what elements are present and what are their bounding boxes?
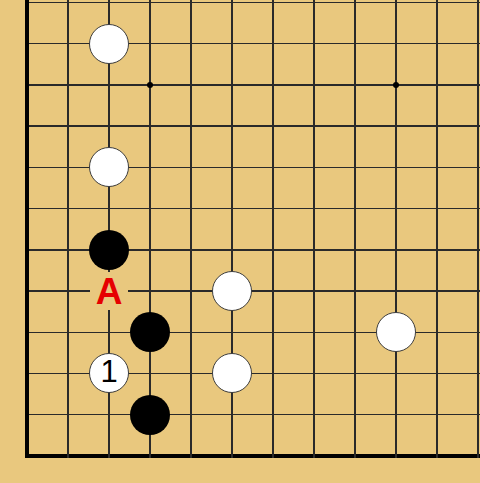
intersection-g2[interactable]	[253, 394, 294, 435]
grid-line-v	[108, 394, 109, 436]
intersection-a6[interactable]	[7, 229, 48, 270]
intersection-j6[interactable]	[335, 229, 376, 270]
intersection-k5[interactable]	[376, 270, 417, 311]
intersection-d8[interactable]	[130, 147, 171, 188]
intersection-a11[interactable]	[7, 23, 48, 64]
grid-line-v	[436, 105, 437, 147]
grid-line-v	[190, 147, 191, 189]
intersection-e12[interactable]	[171, 0, 212, 23]
intersection-h1[interactable]	[294, 435, 335, 476]
grid-line-v	[313, 23, 314, 65]
grid-line-v	[190, 188, 191, 230]
intersection-a10[interactable]	[7, 64, 48, 105]
grid-line-v	[25, 105, 29, 147]
star-point	[393, 82, 399, 88]
intersection-k12[interactable]	[376, 0, 417, 23]
grid-line-v	[436, 435, 437, 458]
intersection-b10[interactable]	[48, 64, 89, 105]
intersection-f5[interactable]	[212, 270, 253, 311]
grid-line-v	[477, 23, 478, 65]
intersection-m4[interactable]	[458, 312, 480, 353]
intersection-b3[interactable]	[48, 353, 89, 394]
grid-line-v	[395, 270, 396, 312]
grid-line-v	[313, 229, 314, 271]
grid-line-v	[67, 188, 68, 230]
intersection-k10[interactable]	[376, 64, 417, 105]
grid-line-v	[190, 270, 191, 312]
intersection-m9[interactable]	[458, 106, 480, 147]
intersection-g3[interactable]	[253, 353, 294, 394]
intersection-h5[interactable]	[294, 270, 335, 311]
intersection-l8[interactable]	[417, 147, 458, 188]
grid-line-v	[272, 394, 273, 436]
intersection-f6[interactable]	[212, 229, 253, 270]
grid-line-v	[149, 188, 150, 230]
white-stone	[89, 147, 129, 187]
grid-line-v	[354, 105, 355, 147]
intersection-e2[interactable]	[171, 394, 212, 435]
intersection-e9[interactable]	[171, 106, 212, 147]
grid-line-v	[25, 188, 29, 230]
intersection-b1[interactable]	[48, 435, 89, 476]
intersection-f1[interactable]	[212, 435, 253, 476]
intersection-e3[interactable]	[171, 353, 212, 394]
intersection-k11[interactable]	[376, 23, 417, 64]
intersection-h11[interactable]	[294, 23, 335, 64]
intersection-g7[interactable]	[253, 188, 294, 229]
grid-line-v	[477, 311, 478, 353]
intersection-f10[interactable]	[212, 64, 253, 105]
intersection-d12[interactable]	[130, 0, 171, 23]
grid-line-v	[190, 353, 191, 395]
intersection-m10[interactable]	[458, 64, 480, 105]
intersection-l11[interactable]	[417, 23, 458, 64]
grid-line-v	[436, 64, 437, 106]
grid-line-v	[25, 147, 29, 189]
intersection-d9[interactable]	[130, 106, 171, 147]
grid-line-v	[67, 229, 68, 271]
grid-line-v	[313, 188, 314, 230]
intersection-l1[interactable]	[417, 435, 458, 476]
intersection-c10[interactable]	[89, 64, 130, 105]
grid-line-v	[313, 0, 314, 23]
grid-line-v	[477, 147, 478, 189]
black-stone	[130, 312, 170, 352]
grid-line-v	[477, 353, 478, 395]
point-label: A	[90, 272, 128, 310]
intersection-d4[interactable]	[130, 312, 171, 353]
grid-line-v	[108, 64, 109, 106]
grid-line-v	[231, 64, 232, 106]
grid-line-v	[67, 435, 68, 458]
grid-line-v	[67, 311, 68, 353]
grid-line-v	[108, 0, 109, 23]
grid-line-v	[313, 147, 314, 189]
grid-line-v	[477, 0, 478, 23]
grid-line-v	[436, 394, 437, 436]
intersection-c3[interactable]: 1	[89, 353, 130, 394]
grid-line-v	[313, 394, 314, 436]
intersection-k9[interactable]	[376, 106, 417, 147]
intersection-j7[interactable]	[335, 188, 376, 229]
intersection-g1[interactable]	[253, 435, 294, 476]
grid-line-v	[395, 188, 396, 230]
intersection-a7[interactable]	[7, 188, 48, 229]
grid-line-v	[149, 270, 150, 312]
grid-line-v	[354, 229, 355, 271]
white-stone: 1	[89, 353, 129, 393]
intersection-h3[interactable]	[294, 353, 335, 394]
grid-line-v	[231, 435, 232, 458]
grid-line-v	[354, 0, 355, 23]
grid-line-v	[354, 270, 355, 312]
intersection-l5[interactable]	[417, 270, 458, 311]
go-board-diagram: A1	[0, 0, 480, 483]
intersection-k6[interactable]	[376, 229, 417, 270]
intersection-g11[interactable]	[253, 23, 294, 64]
grid-line-v	[477, 270, 478, 312]
intersection-h12[interactable]	[294, 0, 335, 23]
intersection-l6[interactable]	[417, 229, 458, 270]
intersection-k3[interactable]	[376, 353, 417, 394]
intersection-j9[interactable]	[335, 106, 376, 147]
grid-line-v	[25, 353, 29, 395]
grid-line-v	[354, 394, 355, 436]
grid-line-v	[272, 229, 273, 271]
intersection-d10[interactable]	[130, 64, 171, 105]
intersection-g4[interactable]	[253, 312, 294, 353]
grid-line-v	[436, 0, 437, 23]
grid-line-v	[190, 23, 191, 65]
grid-line-v	[67, 23, 68, 65]
intersection-h6[interactable]	[294, 229, 335, 270]
intersection-j4[interactable]	[335, 312, 376, 353]
grid-line-v	[190, 64, 191, 106]
grid-line-v	[67, 147, 68, 189]
intersection-e7[interactable]	[171, 188, 212, 229]
intersection-f11[interactable]	[212, 23, 253, 64]
grid-line-v	[272, 23, 273, 65]
grid-line-v	[395, 147, 396, 189]
grid-line-v	[25, 229, 29, 271]
intersection-j3[interactable]	[335, 353, 376, 394]
intersection-d1[interactable]	[130, 435, 171, 476]
intersection-e6[interactable]	[171, 229, 212, 270]
grid-line-v	[395, 23, 396, 65]
intersection-c1[interactable]	[89, 435, 130, 476]
intersection-f7[interactable]	[212, 188, 253, 229]
grid-line-v	[354, 435, 355, 458]
intersection-b4[interactable]	[48, 312, 89, 353]
star-point	[147, 82, 153, 88]
intersection-k1[interactable]	[376, 435, 417, 476]
intersection-k8[interactable]	[376, 147, 417, 188]
intersection-j11[interactable]	[335, 23, 376, 64]
intersection-l10[interactable]	[417, 64, 458, 105]
intersection-a9[interactable]	[7, 106, 48, 147]
grid-line-v	[25, 311, 29, 353]
intersection-k2[interactable]	[376, 394, 417, 435]
intersection-h4[interactable]	[294, 312, 335, 353]
intersection-e5[interactable]	[171, 270, 212, 311]
intersection-g6[interactable]	[253, 229, 294, 270]
intersection-f2[interactable]	[212, 394, 253, 435]
intersection-b6[interactable]	[48, 229, 89, 270]
intersection-e1[interactable]	[171, 435, 212, 476]
grid-line-v	[354, 353, 355, 395]
intersection-a12[interactable]	[7, 0, 48, 23]
grid-line-v	[108, 188, 109, 230]
grid-line-v	[272, 147, 273, 189]
intersection-l3[interactable]	[417, 353, 458, 394]
intersection-c2[interactable]	[89, 394, 130, 435]
grid-line-v	[354, 188, 355, 230]
grid-line-v	[354, 64, 355, 106]
grid-line-v	[395, 394, 396, 436]
intersection-e4[interactable]	[171, 312, 212, 353]
grid-line-v	[190, 435, 191, 458]
grid-line-v	[436, 147, 437, 189]
grid-line-v	[149, 353, 150, 395]
intersection-c9[interactable]	[89, 106, 130, 147]
grid-line-v	[25, 435, 29, 458]
grid-line-v	[231, 311, 232, 353]
grid-line-v	[25, 394, 29, 436]
grid-line-v	[149, 0, 150, 23]
intersection-c12[interactable]	[89, 0, 130, 23]
grid-line-v	[477, 188, 478, 230]
grid-line-v	[313, 311, 314, 353]
intersection-e11[interactable]	[171, 23, 212, 64]
black-stone	[89, 230, 129, 270]
grid-line-v	[354, 311, 355, 353]
intersection-j1[interactable]	[335, 435, 376, 476]
grid-line-v	[25, 270, 29, 312]
intersection-f8[interactable]	[212, 147, 253, 188]
go-board: A1	[7, 0, 480, 477]
intersection-m2[interactable]	[458, 394, 480, 435]
grid-line-v	[436, 353, 437, 395]
intersection-l2[interactable]	[417, 394, 458, 435]
grid-line-v	[149, 105, 150, 147]
intersection-c8[interactable]	[89, 147, 130, 188]
intersection-b5[interactable]	[48, 270, 89, 311]
grid-line-v	[477, 105, 478, 147]
grid-line-v	[67, 394, 68, 436]
intersection-m6[interactable]	[458, 229, 480, 270]
grid-line-v	[272, 270, 273, 312]
intersection-c5[interactable]: A	[89, 270, 130, 311]
grid-line-v	[395, 105, 396, 147]
grid-line-v	[313, 105, 314, 147]
intersection-b2[interactable]	[48, 394, 89, 435]
intersection-l7[interactable]	[417, 188, 458, 229]
grid-line-v	[272, 0, 273, 23]
grid-line-v	[436, 311, 437, 353]
intersection-g8[interactable]	[253, 147, 294, 188]
grid-line-v	[67, 270, 68, 312]
grid-line-v	[395, 0, 396, 23]
intersection-d6[interactable]	[130, 229, 171, 270]
intersection-h7[interactable]	[294, 188, 335, 229]
grid-line-v	[436, 229, 437, 271]
intersection-g10[interactable]	[253, 64, 294, 105]
intersection-f3[interactable]	[212, 353, 253, 394]
intersection-e10[interactable]	[171, 64, 212, 105]
grid-line-v	[149, 23, 150, 65]
grid-line-v	[231, 23, 232, 65]
grid-line-v	[313, 353, 314, 395]
intersection-a3[interactable]	[7, 353, 48, 394]
grid-line-v	[190, 311, 191, 353]
grid-line-v	[231, 188, 232, 230]
intersection-d3[interactable]	[130, 353, 171, 394]
grid-line-v	[149, 435, 150, 458]
grid-line-v	[190, 0, 191, 23]
grid-line-v	[25, 0, 29, 23]
grid-line-v	[272, 64, 273, 106]
intersection-d5[interactable]	[130, 270, 171, 311]
intersection-d2[interactable]	[130, 394, 171, 435]
grid-line-v	[67, 105, 68, 147]
grid-line-v	[231, 105, 232, 147]
intersection-a5[interactable]	[7, 270, 48, 311]
intersection-b8[interactable]	[48, 147, 89, 188]
grid-line-v	[477, 229, 478, 271]
intersection-f12[interactable]	[212, 0, 253, 23]
grid-line-v	[67, 64, 68, 106]
grid-line-v	[354, 23, 355, 65]
grid-line-v	[190, 394, 191, 436]
intersection-b11[interactable]	[48, 23, 89, 64]
intersection-j10[interactable]	[335, 64, 376, 105]
grid-line-v	[436, 188, 437, 230]
grid-line-v	[231, 0, 232, 23]
intersection-b7[interactable]	[48, 188, 89, 229]
grid-line-v	[149, 147, 150, 189]
move-number-label: 1	[100, 356, 117, 387]
intersection-e8[interactable]	[171, 147, 212, 188]
intersection-m3[interactable]	[458, 353, 480, 394]
grid-line-v	[108, 435, 109, 458]
intersection-h8[interactable]	[294, 147, 335, 188]
intersection-b12[interactable]	[48, 0, 89, 23]
white-stone	[89, 24, 129, 64]
intersection-m5[interactable]	[458, 270, 480, 311]
intersection-g9[interactable]	[253, 106, 294, 147]
white-stone	[376, 312, 416, 352]
grid-line-v	[272, 311, 273, 353]
grid-line-v	[272, 188, 273, 230]
grid-line-v	[231, 229, 232, 271]
intersection-a1[interactable]	[7, 435, 48, 476]
grid-line-v	[395, 435, 396, 458]
intersection-j2[interactable]	[335, 394, 376, 435]
intersection-m11[interactable]	[458, 23, 480, 64]
grid-line-v	[272, 353, 273, 395]
intersection-c4[interactable]	[89, 312, 130, 353]
intersection-c7[interactable]	[89, 188, 130, 229]
grid-line-v	[313, 64, 314, 106]
white-stone	[212, 271, 252, 311]
intersection-m8[interactable]	[458, 147, 480, 188]
intersection-a8[interactable]	[7, 147, 48, 188]
intersection-a2[interactable]	[7, 394, 48, 435]
grid-line-v	[436, 270, 437, 312]
intersection-l4[interactable]	[417, 312, 458, 353]
intersection-j5[interactable]	[335, 270, 376, 311]
grid-line-v	[354, 147, 355, 189]
grid-line-v	[231, 147, 232, 189]
intersection-c6[interactable]	[89, 229, 130, 270]
grid-line-v	[25, 23, 29, 65]
intersection-l12[interactable]	[417, 0, 458, 23]
intersection-h10[interactable]	[294, 64, 335, 105]
grid-line-v	[67, 0, 68, 23]
grid-line-v	[395, 229, 396, 271]
grid-line-v	[477, 435, 478, 458]
intersection-k7[interactable]	[376, 188, 417, 229]
intersection-j8[interactable]	[335, 147, 376, 188]
grid-line-v	[272, 105, 273, 147]
intersection-m1[interactable]	[458, 435, 480, 476]
grid-line-v	[436, 23, 437, 65]
grid-line-v	[231, 394, 232, 436]
intersection-f9[interactable]	[212, 106, 253, 147]
intersection-l9[interactable]	[417, 106, 458, 147]
intersection-m12[interactable]	[458, 0, 480, 23]
intersection-h9[interactable]	[294, 106, 335, 147]
grid-line-v	[190, 105, 191, 147]
grid-line-v	[477, 64, 478, 106]
white-stone	[212, 353, 252, 393]
grid-line-v	[190, 229, 191, 271]
intersection-j12[interactable]	[335, 0, 376, 23]
grid-line-v	[149, 229, 150, 271]
intersection-f4[interactable]	[212, 312, 253, 353]
grid-line-v	[313, 435, 314, 458]
grid-line-v	[25, 64, 29, 106]
grid-line-v	[272, 435, 273, 458]
intersection-g5[interactable]	[253, 270, 294, 311]
grid-line-v	[395, 353, 396, 395]
grid-line-v	[477, 394, 478, 436]
intersection-d7[interactable]	[130, 188, 171, 229]
intersection-b9[interactable]	[48, 106, 89, 147]
grid-line-v	[313, 270, 314, 312]
intersection-a4[interactable]	[7, 312, 48, 353]
intersection-g12[interactable]	[253, 0, 294, 23]
grid-line-v	[108, 311, 109, 353]
intersection-k4[interactable]	[376, 312, 417, 353]
grid-line-v	[108, 105, 109, 147]
grid-line-v	[67, 353, 68, 395]
intersection-c11[interactable]	[89, 23, 130, 64]
intersection-d11[interactable]	[130, 23, 171, 64]
intersection-m7[interactable]	[458, 188, 480, 229]
black-stone	[130, 395, 170, 435]
intersection-h2[interactable]	[294, 394, 335, 435]
